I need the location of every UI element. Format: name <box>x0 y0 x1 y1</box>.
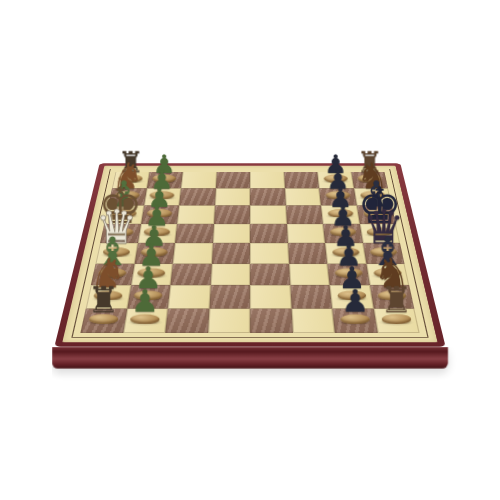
square-g3[interactable] <box>179 188 215 205</box>
square-f6[interactable] <box>285 205 322 223</box>
square-h1[interactable] <box>112 172 149 188</box>
square-f5[interactable] <box>250 205 286 223</box>
square-g4[interactable] <box>215 188 250 205</box>
piece-black-rook-a8[interactable]: ♜ <box>372 277 421 324</box>
board-front-edge <box>52 347 448 369</box>
white-pawn-icon: ♟ <box>131 286 159 317</box>
square-f4[interactable] <box>214 205 250 223</box>
square-e5[interactable] <box>250 224 288 243</box>
square-h7[interactable] <box>317 172 353 188</box>
square-e4[interactable] <box>213 224 251 243</box>
piece-white-pawn-a2[interactable]: ♟ <box>121 282 170 324</box>
chess-board: ♜♟♟♜♞♟♟♞♝♟♟♝♚♟♟♚♛♟♟♛♝♟♟♝♞♟♟♞♜♟♟♜ <box>54 163 445 346</box>
square-g7[interactable] <box>319 188 356 205</box>
black-rook-icon: ♜ <box>381 282 413 318</box>
piece-base <box>340 314 369 324</box>
black-pawn-icon: ♟ <box>341 286 369 317</box>
square-h3[interactable] <box>181 172 216 188</box>
square-f3[interactable] <box>177 205 214 223</box>
white-rook-icon: ♜ <box>87 282 119 318</box>
piece-base <box>382 314 411 324</box>
square-h6[interactable] <box>284 172 319 188</box>
square-h4[interactable] <box>215 172 250 188</box>
square-g6[interactable] <box>285 188 321 205</box>
square-h2[interactable] <box>146 172 182 188</box>
square-g2[interactable] <box>144 188 181 205</box>
piece-base <box>131 314 160 324</box>
square-h5[interactable] <box>250 172 285 188</box>
square-e3[interactable] <box>175 224 214 243</box>
square-e6[interactable] <box>286 224 325 243</box>
square-h8[interactable] <box>351 172 388 188</box>
piece-base <box>89 314 118 324</box>
square-g5[interactable] <box>250 188 285 205</box>
